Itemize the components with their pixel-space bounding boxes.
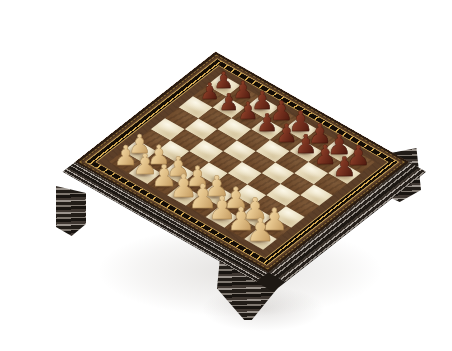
black-pawn[interactable]: ♟: [199, 80, 219, 103]
black-pawn[interactable]: ♟: [332, 153, 356, 180]
black-pawn[interactable]: ♟: [218, 90, 239, 113]
white-rook[interactable]: ♟: [246, 214, 275, 246]
chess-set-photo: ♟♟♟♟♟♟♟♟♟♟♟♟♟♟♟♟♟♟♟♟♟♟♟♟♟♟♟♟♟♟♟♟: [0, 0, 452, 351]
